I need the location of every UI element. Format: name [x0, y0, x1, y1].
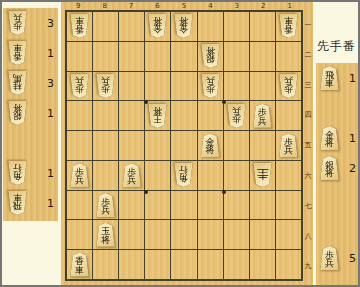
- sente-hand-count-rook: 1: [349, 72, 356, 85]
- piece-pawn-sente[interactable]: 歩兵: [69, 163, 90, 187]
- square-2-3[interactable]: [250, 72, 275, 101]
- square-7-7[interactable]: [119, 191, 144, 220]
- gote-hand-count-pawn: 3: [47, 17, 54, 30]
- square-7-9[interactable]: [119, 250, 144, 279]
- piece-pawn-sente[interactable]: 歩兵: [95, 193, 116, 217]
- square-8-6[interactable]: [93, 161, 118, 190]
- square-2-6[interactable]: 圭: [250, 161, 275, 190]
- shogi-board: 987654321 香車金将金将香車銀将歩兵歩兵歩兵歩兵王将歩兵歩兵金将歩兵歩兵…: [61, 2, 313, 285]
- square-2-9[interactable]: [250, 250, 275, 279]
- square-9-6[interactable]: 歩兵: [67, 161, 92, 190]
- square-4-8[interactable]: [198, 220, 223, 249]
- piece-kanji: 将: [153, 106, 162, 115]
- square-8-5[interactable]: [93, 131, 118, 160]
- square-3-4[interactable]: 歩兵: [224, 101, 249, 130]
- square-6-6[interactable]: [145, 161, 170, 190]
- file-label-3: 3: [224, 2, 250, 10]
- square-3-6[interactable]: [224, 161, 249, 190]
- piece-kanji: 将: [153, 17, 162, 26]
- file-label-2: 2: [250, 2, 276, 10]
- piece-kanji: 行: [179, 166, 188, 175]
- square-9-4[interactable]: [67, 101, 92, 130]
- square-5-4[interactable]: [171, 101, 196, 130]
- piece-kanji: 車: [75, 17, 84, 26]
- gote-hand-slot-knight[interactable]: 桂馬3: [3, 68, 58, 98]
- square-9-7[interactable]: [67, 191, 92, 220]
- sente-hand-count-gold: 1: [349, 132, 356, 145]
- square-4-6[interactable]: [198, 161, 223, 190]
- square-1-6[interactable]: [276, 161, 301, 190]
- gote-hand-count-silver: 1: [47, 107, 54, 120]
- square-8-2[interactable]: [93, 42, 118, 71]
- square-1-8[interactable]: [276, 220, 301, 249]
- piece-kanji: 兵: [13, 14, 22, 23]
- square-4-9[interactable]: [198, 250, 223, 279]
- sente-hand-slot-gold[interactable]: 金将1: [316, 123, 360, 153]
- gote-hand-count-rook: 1: [47, 197, 54, 210]
- piece-kanji: 将: [206, 47, 215, 56]
- piece-gold-gote[interactable]: 金将: [173, 14, 194, 38]
- square-5-1[interactable]: 金将: [171, 12, 196, 41]
- sente-hand-slot-empty-4: [316, 183, 360, 213]
- gote-hand-slot-empty-4: [3, 128, 58, 158]
- square-1-3[interactable]: 歩兵: [276, 72, 301, 101]
- square-8-4[interactable]: [93, 101, 118, 130]
- square-4-2[interactable]: 銀将: [198, 42, 223, 71]
- piece-kanji: 香: [284, 25, 293, 34]
- piece-kanji: 兵: [127, 176, 136, 185]
- file-label-4: 4: [197, 2, 223, 10]
- piece-gold-hand[interactable]: 金将: [319, 126, 340, 150]
- piece-knight-gote[interactable]: 桂馬: [7, 71, 28, 95]
- square-1-9[interactable]: [276, 250, 301, 279]
- square-7-1[interactable]: [119, 12, 144, 41]
- piece-kanji: 兵: [206, 76, 215, 85]
- square-7-4[interactable]: [119, 101, 144, 130]
- square-5-6[interactable]: 角行: [171, 161, 196, 190]
- piece-kanji: 将: [13, 104, 22, 113]
- square-9-9[interactable]: 香車: [67, 250, 92, 279]
- gote-hand-count-lance: 1: [47, 47, 54, 60]
- piece-pawn-gote[interactable]: 歩兵: [278, 74, 299, 98]
- piece-kanji: 金: [153, 25, 162, 34]
- piece-kanji: 角: [13, 172, 22, 181]
- square-9-5[interactable]: [67, 131, 92, 160]
- shogi-app-window: 歩兵3香車1桂馬3銀将1角行1飛車1 987654321 香車金将金将香車銀将歩…: [0, 0, 360, 287]
- piece-kanji: 車: [13, 44, 22, 53]
- square-1-7[interactable]: [276, 191, 301, 220]
- square-7-6[interactable]: 歩兵: [119, 161, 144, 190]
- piece-kanji: 兵: [325, 259, 334, 268]
- square-6-8[interactable]: [145, 220, 170, 249]
- square-8-3[interactable]: 歩兵: [93, 72, 118, 101]
- piece-bishop-gote[interactable]: 角行: [7, 161, 28, 185]
- square-3-7[interactable]: [224, 191, 249, 220]
- rank-label-9: 九: [303, 251, 313, 281]
- piece-kanji: 将: [179, 17, 188, 26]
- rank-label-3: 三: [303, 70, 313, 100]
- square-9-2[interactable]: [67, 42, 92, 71]
- file-labels: 987654321: [65, 2, 303, 10]
- square-5-5[interactable]: [171, 131, 196, 160]
- square-7-3[interactable]: [119, 72, 144, 101]
- rank-label-8: 八: [303, 221, 313, 251]
- piece-pawn-sente[interactable]: 歩兵: [121, 163, 142, 187]
- sente-hand-slot-empty-5: [316, 213, 360, 243]
- piece-kanji: 兵: [284, 76, 293, 85]
- piece-kanji: 圭: [256, 168, 268, 180]
- piece-kanji: 兵: [258, 117, 267, 126]
- piece-gold-sente[interactable]: 金将: [200, 133, 221, 157]
- piece-kanji: 歩: [284, 85, 293, 94]
- piece-kanji: 歩: [206, 85, 215, 94]
- rank-label-6: 六: [303, 161, 313, 191]
- piece-kanji: 将: [206, 146, 215, 155]
- piece-kanji: 将: [325, 169, 334, 178]
- rank-label-7: 七: [303, 191, 313, 221]
- piece-kanji: 銀: [13, 112, 22, 121]
- piece-king-sente[interactable]: 玉将: [95, 223, 116, 247]
- piece-kanji: 兵: [101, 206, 110, 215]
- square-2-2[interactable]: [250, 42, 275, 71]
- piece-kanji: 車: [13, 194, 22, 203]
- square-9-1[interactable]: 香車: [67, 12, 92, 41]
- square-6-7[interactable]: [145, 191, 170, 220]
- gote-hand-slot-bishop[interactable]: 角行1: [3, 158, 58, 188]
- square-3-5[interactable]: [224, 131, 249, 160]
- piece-kanji: 香: [75, 25, 84, 34]
- square-2-1[interactable]: [250, 12, 275, 41]
- board-grid: 香車金将金将香車銀将歩兵歩兵歩兵歩兵王将歩兵歩兵金将歩兵歩兵歩兵角行圭歩兵玉将香…: [65, 10, 303, 281]
- file-label-6: 6: [144, 2, 170, 10]
- square-3-2[interactable]: [224, 42, 249, 71]
- square-4-4[interactable]: [198, 101, 223, 130]
- piece-lance-gote[interactable]: 香車: [69, 14, 90, 38]
- file-label-1: 1: [277, 2, 303, 10]
- piece-kanji: 兵: [101, 76, 110, 85]
- piece-kanji: 車: [284, 17, 293, 26]
- square-4-5[interactable]: 金将: [198, 131, 223, 160]
- square-4-7[interactable]: [198, 191, 223, 220]
- square-7-5[interactable]: [119, 131, 144, 160]
- piece-kanji: 桂: [13, 82, 22, 91]
- square-3-3[interactable]: [224, 72, 249, 101]
- square-7-8[interactable]: [119, 220, 144, 249]
- gote-hand-tray: 歩兵3香車1桂馬3銀将1角行1飛車1: [3, 8, 58, 221]
- piece-pawn-gote[interactable]: 歩兵: [95, 74, 116, 98]
- piece-kanji: 兵: [284, 146, 293, 155]
- piece-bishop-gote[interactable]: 角行: [173, 163, 194, 187]
- square-6-9[interactable]: [145, 250, 170, 279]
- piece-kanji: 将: [325, 139, 334, 148]
- square-5-8[interactable]: [171, 220, 196, 249]
- rank-label-1: 一: [303, 10, 313, 40]
- square-6-1[interactable]: 金将: [145, 12, 170, 41]
- piece-kanji: 行: [13, 164, 22, 173]
- gote-hand-count-bishop: 1: [47, 167, 54, 180]
- square-6-5[interactable]: [145, 131, 170, 160]
- sente-hand-slot-rook[interactable]: 飛車1: [316, 63, 360, 93]
- gote-hand-count-knight: 3: [47, 77, 54, 90]
- piece-kanji: 歩: [75, 85, 84, 94]
- square-6-2[interactable]: [145, 42, 170, 71]
- piece-silver-gote[interactable]: 銀将: [7, 101, 28, 125]
- piece-gold-gote[interactable]: 金将: [147, 14, 168, 38]
- piece-kanji: 角: [179, 174, 188, 183]
- square-3-1[interactable]: [224, 12, 249, 41]
- square-2-4[interactable]: 歩兵: [250, 101, 275, 130]
- piece-kanji: 兵: [232, 106, 241, 115]
- piece-kanji: 車: [75, 266, 84, 275]
- square-4-3[interactable]: 歩兵: [198, 72, 223, 101]
- square-9-3[interactable]: 歩兵: [67, 72, 92, 101]
- turn-indicator: 先手番: [313, 38, 360, 55]
- piece-lance-gote[interactable]: 香車: [278, 14, 299, 38]
- piece-silver-hand[interactable]: 銀将: [319, 156, 340, 180]
- sente-hand-tray: 飛車1金将1銀将2歩兵5: [316, 63, 360, 285]
- piece-kanji: 飛: [13, 202, 22, 211]
- piece-kanji: 馬: [13, 74, 22, 83]
- piece-pawn-gote[interactable]: 歩兵: [226, 104, 247, 128]
- square-5-9[interactable]: [171, 250, 196, 279]
- square-4-1[interactable]: [198, 12, 223, 41]
- piece-kanji: 歩: [13, 22, 22, 31]
- square-6-3[interactable]: [145, 72, 170, 101]
- piece-pawn-gote[interactable]: 歩兵: [200, 74, 221, 98]
- piece-promoted-knight-gote[interactable]: 圭: [252, 163, 273, 187]
- file-label-9: 9: [65, 2, 91, 10]
- square-6-4[interactable]: 王将: [145, 101, 170, 130]
- square-1-4[interactable]: [276, 101, 301, 130]
- piece-kanji: 車: [325, 79, 334, 88]
- piece-silver-gote[interactable]: 銀将: [200, 44, 221, 68]
- square-2-8[interactable]: [250, 220, 275, 249]
- square-9-8[interactable]: [67, 220, 92, 249]
- piece-pawn-gote[interactable]: 歩兵: [7, 11, 28, 35]
- square-2-5[interactable]: [250, 131, 275, 160]
- star-point: [222, 190, 226, 194]
- piece-lance-sente[interactable]: 香車: [69, 253, 90, 277]
- rank-label-4: 四: [303, 100, 313, 130]
- sente-hand-slot-silver[interactable]: 銀将2: [316, 153, 360, 183]
- sente-hand-slot-empty-1: [316, 93, 360, 123]
- square-3-9[interactable]: [224, 250, 249, 279]
- square-1-5[interactable]: 歩兵: [276, 131, 301, 160]
- piece-pawn-hand[interactable]: 歩兵: [319, 246, 340, 270]
- piece-pawn-gote[interactable]: 歩兵: [69, 74, 90, 98]
- square-7-2[interactable]: [119, 42, 144, 71]
- piece-rook-gote[interactable]: 飛車: [7, 191, 28, 215]
- square-1-1[interactable]: 香車: [276, 12, 301, 41]
- rank-label-2: 二: [303, 40, 313, 70]
- square-1-2[interactable]: [276, 42, 301, 71]
- piece-pawn-sente[interactable]: 歩兵: [278, 133, 299, 157]
- rank-label-5: 五: [303, 130, 313, 160]
- sente-hand-slot-pawn[interactable]: 歩兵5: [316, 243, 360, 273]
- piece-lance-gote[interactable]: 香車: [7, 41, 28, 65]
- piece-kanji: 歩: [101, 85, 110, 94]
- gote-hand-slot-silver[interactable]: 銀将1: [3, 98, 58, 128]
- rank-labels: 一二三四五六七八九: [303, 10, 313, 281]
- star-point: [144, 190, 148, 194]
- file-label-7: 7: [118, 2, 144, 10]
- square-8-1[interactable]: [93, 12, 118, 41]
- square-5-3[interactable]: [171, 72, 196, 101]
- square-5-2[interactable]: [171, 42, 196, 71]
- square-2-7[interactable]: [250, 191, 275, 220]
- file-label-5: 5: [171, 2, 197, 10]
- gote-hand-slot-pawn[interactable]: 歩兵3: [3, 8, 58, 38]
- square-5-7[interactable]: [171, 191, 196, 220]
- piece-kanji: 将: [101, 236, 110, 245]
- square-3-8[interactable]: [224, 220, 249, 249]
- sente-hand-count-pawn: 5: [349, 252, 356, 265]
- sente-hand-count-silver: 2: [349, 162, 356, 175]
- piece-kanji: 香: [13, 52, 22, 61]
- piece-kanji: 兵: [75, 176, 84, 185]
- square-8-8[interactable]: 玉将: [93, 220, 118, 249]
- piece-kanji: 金: [179, 25, 188, 34]
- piece-kanji: 銀: [206, 55, 215, 64]
- piece-pawn-sente[interactable]: 歩兵: [252, 104, 273, 128]
- gote-hand-slot-lance[interactable]: 香車1: [3, 38, 58, 68]
- piece-king-gote[interactable]: 王将: [147, 104, 168, 128]
- file-label-8: 8: [91, 2, 117, 10]
- piece-rook-hand[interactable]: 飛車: [319, 66, 340, 90]
- piece-kanji: 兵: [75, 76, 84, 85]
- gote-hand-slot-rook[interactable]: 飛車1: [3, 188, 58, 218]
- square-8-7[interactable]: 歩兵: [93, 191, 118, 220]
- square-8-9[interactable]: [93, 250, 118, 279]
